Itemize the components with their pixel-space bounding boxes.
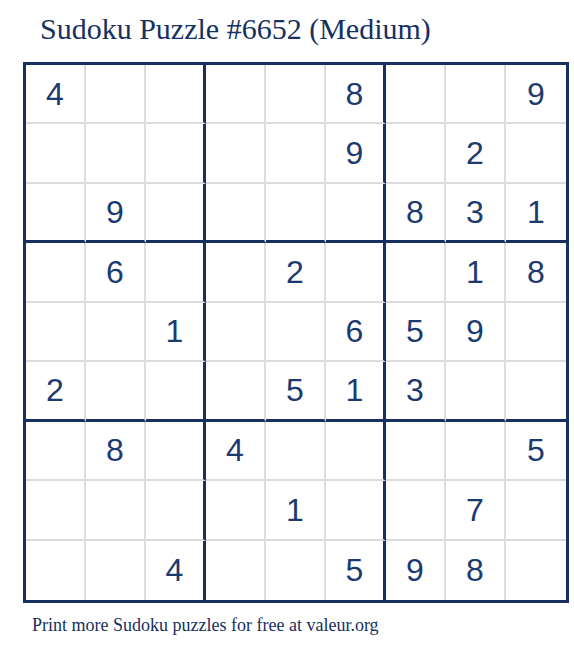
cell-r2c2 <box>86 124 146 183</box>
cell-r6c6: 1 <box>326 362 386 421</box>
cell-r7c8 <box>446 422 506 481</box>
cell-r8c9 <box>506 481 566 540</box>
cell-r3c8: 3 <box>446 184 506 243</box>
cell-r5c9 <box>506 303 566 362</box>
cell-r1c8 <box>446 65 506 124</box>
cell-r3c4 <box>206 184 266 243</box>
cell-r6c1: 2 <box>26 362 86 421</box>
cell-r1c1: 4 <box>26 65 86 124</box>
cell-r3c2: 9 <box>86 184 146 243</box>
cell-r4c9: 8 <box>506 243 566 302</box>
cell-r7c3 <box>146 422 206 481</box>
cell-r7c4: 4 <box>206 422 266 481</box>
cell-r8c7 <box>386 481 446 540</box>
cell-r3c9: 1 <box>506 184 566 243</box>
cell-r4c2: 6 <box>86 243 146 302</box>
cell-r2c5 <box>266 124 326 183</box>
cell-r4c3 <box>146 243 206 302</box>
page-title: Sudoku Puzzle #6652 (Medium) <box>40 12 431 46</box>
cell-r4c1 <box>26 243 86 302</box>
cell-r2c4 <box>206 124 266 183</box>
cell-r3c6 <box>326 184 386 243</box>
cell-r5c1 <box>26 303 86 362</box>
cell-r2c3 <box>146 124 206 183</box>
cell-r9c9 <box>506 541 566 600</box>
cell-r4c8: 1 <box>446 243 506 302</box>
cell-r1c2 <box>86 65 146 124</box>
cell-r6c7: 3 <box>386 362 446 421</box>
cell-r5c4 <box>206 303 266 362</box>
cell-r8c2 <box>86 481 146 540</box>
cell-r9c4 <box>206 541 266 600</box>
cell-r1c7 <box>386 65 446 124</box>
cell-r2c8: 2 <box>446 124 506 183</box>
cell-r9c5 <box>266 541 326 600</box>
cell-r1c4 <box>206 65 266 124</box>
cell-r3c5 <box>266 184 326 243</box>
cell-r5c8: 9 <box>446 303 506 362</box>
cell-r2c9 <box>506 124 566 183</box>
cell-r5c5 <box>266 303 326 362</box>
cell-r4c5: 2 <box>266 243 326 302</box>
footer-text: Print more Sudoku puzzles for free at va… <box>32 615 379 636</box>
cell-r2c1 <box>26 124 86 183</box>
cell-r6c3 <box>146 362 206 421</box>
cell-r8c6 <box>326 481 386 540</box>
cell-r9c2 <box>86 541 146 600</box>
cell-r9c7: 9 <box>386 541 446 600</box>
cell-r5c7: 5 <box>386 303 446 362</box>
cell-r5c3: 1 <box>146 303 206 362</box>
cell-r1c9: 9 <box>506 65 566 124</box>
sudoku-board: 489929831621816592513845174598 <box>23 62 569 603</box>
cell-r9c1 <box>26 541 86 600</box>
cell-r8c8: 7 <box>446 481 506 540</box>
cell-r6c4 <box>206 362 266 421</box>
cell-r8c3 <box>146 481 206 540</box>
cell-r8c5: 1 <box>266 481 326 540</box>
cell-r7c6 <box>326 422 386 481</box>
cell-r7c2: 8 <box>86 422 146 481</box>
cell-r6c9 <box>506 362 566 421</box>
cell-r2c7 <box>386 124 446 183</box>
cell-r7c1 <box>26 422 86 481</box>
cell-r4c6 <box>326 243 386 302</box>
cell-r7c5 <box>266 422 326 481</box>
cell-r5c6: 6 <box>326 303 386 362</box>
cell-r3c7: 8 <box>386 184 446 243</box>
cell-r1c5 <box>266 65 326 124</box>
cell-r7c9: 5 <box>506 422 566 481</box>
cell-r8c4 <box>206 481 266 540</box>
cell-r3c1 <box>26 184 86 243</box>
printable-sudoku-page: Sudoku Puzzle #6652 (Medium) 48992983162… <box>0 0 574 651</box>
cell-r6c8 <box>446 362 506 421</box>
cell-r3c3 <box>146 184 206 243</box>
cell-r1c3 <box>146 65 206 124</box>
cell-r9c3: 4 <box>146 541 206 600</box>
cell-r9c6: 5 <box>326 541 386 600</box>
cell-r8c1 <box>26 481 86 540</box>
cell-r1c6: 8 <box>326 65 386 124</box>
cell-r2c6: 9 <box>326 124 386 183</box>
cell-r5c2 <box>86 303 146 362</box>
cell-r6c5: 5 <box>266 362 326 421</box>
cell-r9c8: 8 <box>446 541 506 600</box>
cell-r7c7 <box>386 422 446 481</box>
cell-r6c2 <box>86 362 146 421</box>
cell-r4c7 <box>386 243 446 302</box>
cell-r4c4 <box>206 243 266 302</box>
